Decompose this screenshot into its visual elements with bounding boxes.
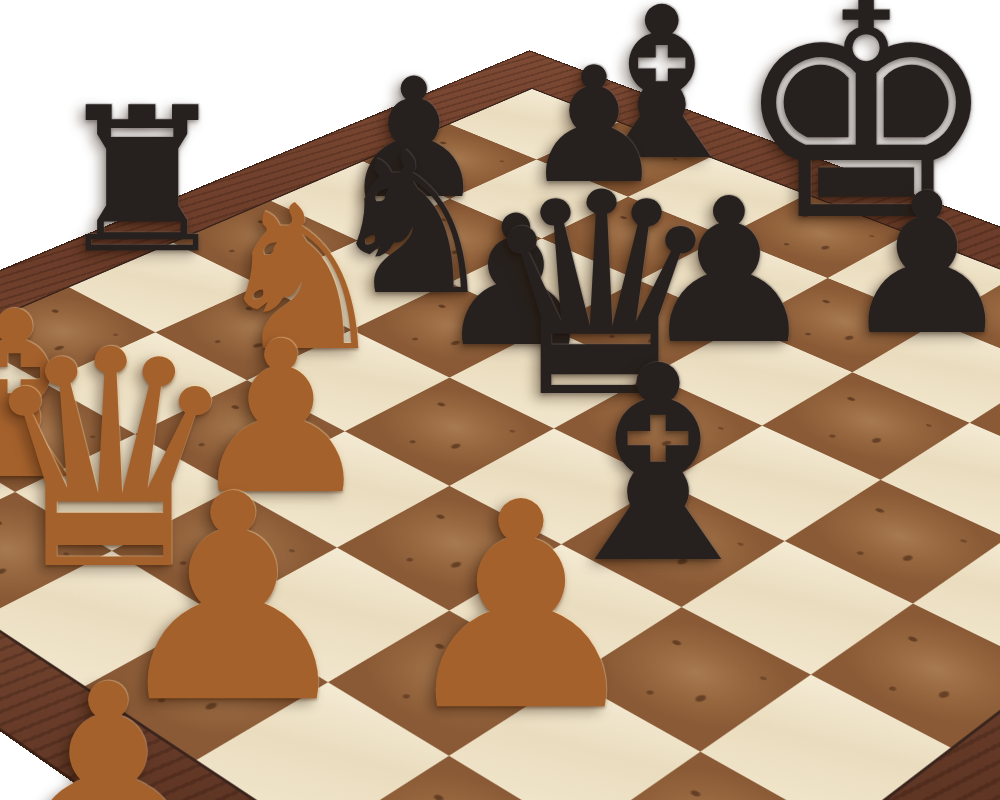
chess-photo-stage: ♜♟♞♟♝♚♟♟♛♟♝♞♟♛♝♟♟♟ — [0, 0, 1000, 800]
black-rook-a4[interactable]: ♜ — [52, 81, 231, 281]
black-pawn-g7[interactable]: ♟ — [840, 167, 1000, 362]
white-king-e1[interactable]: ♟ — [0, 652, 220, 800]
white-pawn-g2[interactable]: ♟ — [393, 465, 649, 750]
